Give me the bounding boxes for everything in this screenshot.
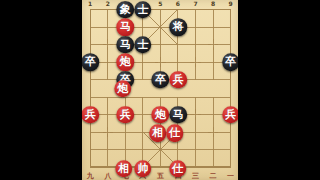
file-label-bottom: 三 (192, 172, 199, 180)
red-elephant-piece[interactable]: 相 (149, 124, 167, 142)
red-cannon-moving-piece[interactable]: 炮 (114, 80, 132, 98)
video-frame: 123456789 九八七六五四三二一 象士马将马士卒炮卒卒炮卒兵兵兵炮马兵相仕… (0, 0, 320, 180)
black-soldier-piece[interactable]: 卒 (222, 53, 238, 71)
file-label-top: 9 (229, 0, 233, 7)
file-label-bottom: 五 (157, 172, 164, 180)
red-soldier-piece[interactable]: 兵 (117, 106, 135, 124)
red-soldier-piece[interactable]: 兵 (82, 106, 99, 124)
red-general-piece[interactable]: 帅 (134, 160, 152, 178)
file-label-top: 7 (193, 0, 197, 7)
file-label-top: 8 (211, 0, 215, 7)
red-advisor-piece[interactable]: 仕 (166, 124, 184, 142)
file-label-top: 1 (88, 0, 92, 7)
file-label-bottom: 八 (104, 172, 111, 180)
red-horse-piece[interactable]: 马 (117, 18, 135, 36)
file-label-bottom: 九 (87, 172, 94, 180)
file-label-top: 5 (158, 0, 162, 7)
black-horse-piece[interactable]: 马 (169, 106, 187, 124)
file-label-top: 2 (106, 0, 110, 7)
black-advisor-piece[interactable]: 士 (134, 36, 152, 54)
red-cannon-piece[interactable]: 炮 (117, 53, 135, 71)
black-soldier-piece[interactable]: 卒 (82, 53, 99, 71)
red-advisor-piece[interactable]: 仕 (169, 160, 187, 178)
red-soldier-piece[interactable]: 兵 (169, 71, 187, 89)
file-label-bottom: 二 (210, 172, 217, 180)
board-grid (82, 0, 238, 180)
red-cannon-piece[interactable]: 炮 (152, 106, 170, 124)
xiangqi-board[interactable]: 123456789 九八七六五四三二一 象士马将马士卒炮卒卒炮卒兵兵兵炮马兵相仕… (82, 0, 238, 180)
black-soldier-piece[interactable]: 卒 (152, 71, 170, 89)
file-label-top: 6 (176, 0, 180, 7)
red-elephant-piece[interactable]: 相 (115, 160, 133, 178)
black-elephant-piece[interactable]: 象 (117, 1, 135, 19)
black-general-piece[interactable]: 将 (169, 18, 187, 36)
file-label-bottom: 一 (227, 172, 234, 180)
red-soldier-piece[interactable]: 兵 (222, 106, 238, 124)
black-horse-piece[interactable]: 马 (117, 36, 135, 54)
black-advisor-piece[interactable]: 士 (134, 1, 152, 19)
